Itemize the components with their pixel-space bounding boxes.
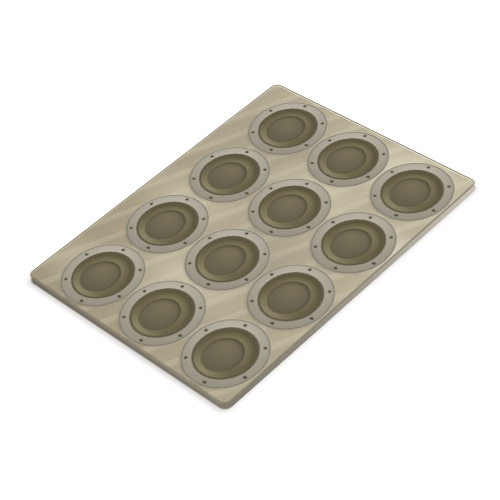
rivet — [373, 194, 378, 197]
rivet — [262, 252, 267, 256]
rivet — [207, 237, 212, 241]
rivet — [117, 294, 122, 298]
rivet — [206, 282, 211, 286]
rivet — [251, 131, 256, 134]
rivet — [142, 289, 147, 293]
cup-floor — [195, 239, 255, 282]
rivet — [250, 210, 255, 213]
rivet — [250, 299, 255, 303]
rivet — [269, 230, 274, 234]
rivet — [183, 356, 189, 360]
rivet — [84, 253, 89, 257]
rivet — [244, 150, 249, 153]
rivet — [365, 175, 370, 178]
rivet — [306, 225, 311, 229]
rivet — [201, 217, 206, 220]
rivet — [389, 171, 394, 174]
rivet — [180, 285, 185, 289]
rivet — [79, 299, 84, 303]
rivet — [302, 105, 307, 108]
product-photo — [0, 0, 500, 500]
cup-floor — [199, 157, 255, 195]
rivet — [203, 328, 208, 332]
rivet — [381, 152, 386, 155]
rivet — [330, 220, 335, 224]
cup-floor — [191, 331, 254, 379]
rivet — [182, 241, 187, 245]
rivet — [323, 201, 328, 204]
rivet — [146, 246, 151, 250]
rivet — [362, 135, 367, 138]
rivet — [368, 216, 373, 220]
cup-floor — [258, 189, 316, 229]
rivet — [63, 278, 68, 282]
rivet — [148, 202, 153, 205]
rivet — [309, 317, 314, 321]
rivet — [198, 306, 203, 310]
rivet — [129, 226, 134, 229]
rivet — [243, 232, 248, 236]
rivet — [310, 161, 315, 164]
rivet — [262, 168, 267, 171]
rivet — [187, 261, 192, 265]
rivet — [393, 214, 398, 218]
cup-floor — [321, 223, 381, 265]
rivet — [313, 245, 318, 249]
rivet — [333, 266, 338, 270]
cup-floor — [258, 111, 313, 147]
rivet — [320, 122, 325, 125]
rivet — [304, 144, 309, 147]
rivet — [269, 148, 274, 151]
rivet — [269, 321, 274, 325]
cup-floor — [381, 173, 440, 213]
rivet — [307, 268, 312, 272]
rivet — [425, 166, 430, 169]
rivet — [327, 139, 332, 142]
rivet — [431, 209, 436, 213]
rivet — [304, 182, 309, 185]
rivet — [269, 273, 274, 277]
cup-floor — [318, 141, 375, 179]
rivet — [202, 380, 208, 384]
rivet — [242, 323, 247, 327]
rivet — [121, 316, 126, 320]
rivet — [245, 191, 250, 194]
rivet — [242, 375, 248, 379]
cup-floor — [258, 275, 320, 320]
rivet — [447, 185, 452, 188]
rivet — [209, 196, 214, 199]
rivet — [121, 248, 126, 252]
rivet — [262, 346, 268, 350]
rivet — [268, 187, 273, 190]
rivet — [388, 236, 393, 240]
rivet — [327, 290, 332, 294]
rivet — [268, 109, 273, 112]
rivet — [329, 180, 334, 183]
rivet — [178, 333, 183, 337]
rivet — [184, 198, 189, 201]
rivet — [192, 177, 197, 180]
rivet — [137, 269, 142, 273]
rivet — [139, 338, 144, 342]
rivet — [371, 261, 376, 265]
rivet — [244, 278, 249, 282]
